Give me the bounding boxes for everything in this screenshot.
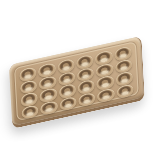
muffin-pan-perspective-wrapper bbox=[9, 36, 145, 129]
muffin-cup bbox=[21, 104, 39, 120]
cup-cell bbox=[58, 95, 78, 112]
muffin-cup bbox=[59, 96, 77, 112]
cup-cell bbox=[115, 83, 135, 100]
muffin-cup bbox=[116, 83, 134, 99]
product-photo-scene bbox=[0, 0, 160, 160]
cup-cell bbox=[77, 91, 97, 108]
muffin-cup bbox=[97, 87, 115, 103]
cup-cell bbox=[39, 100, 59, 117]
muffin-cup bbox=[78, 91, 96, 107]
cup-cell bbox=[20, 104, 40, 121]
muffin-pan bbox=[9, 36, 145, 129]
muffin-cup bbox=[40, 100, 58, 116]
cup-cell bbox=[96, 87, 116, 104]
